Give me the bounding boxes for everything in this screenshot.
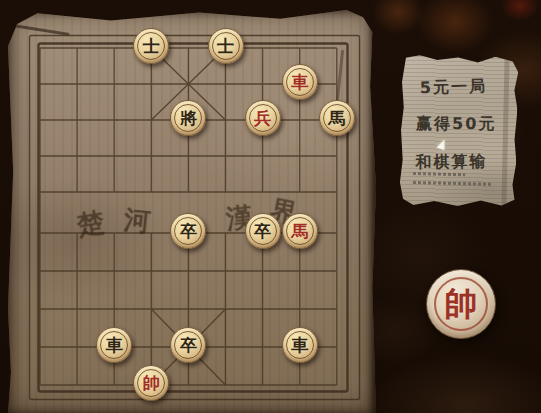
piece-black-士[interactable]: 士 xyxy=(133,28,169,64)
piece-red-車[interactable]: 車 xyxy=(282,64,318,100)
piece-glyph: 卒 xyxy=(171,214,205,248)
note-fine-print xyxy=(413,172,465,176)
note-fine-print xyxy=(413,181,491,186)
piece-glyph: 將 xyxy=(171,101,205,135)
piece-glyph: 馬 xyxy=(283,214,317,248)
piece-black-馬[interactable]: 馬 xyxy=(319,100,355,136)
piece-black-士[interactable]: 士 xyxy=(208,28,244,64)
note-line-rule: 和棋算输 xyxy=(400,151,516,174)
piece-black-卒[interactable]: 卒 xyxy=(170,327,206,363)
piece-glyph: 車 xyxy=(283,65,317,99)
piece-red-馬[interactable]: 馬 xyxy=(282,213,318,249)
red-general-marker[interactable]: 帥 xyxy=(426,269,496,339)
piece-black-車[interactable]: 車 xyxy=(282,327,318,363)
river-label: 楚 xyxy=(74,204,106,244)
wager-note-paper: 5元一局 赢得50元 和棋算输 xyxy=(399,55,518,207)
piece-glyph: 車 xyxy=(283,328,317,362)
piece-black-車[interactable]: 車 xyxy=(96,327,132,363)
piece-glyph: 士 xyxy=(134,29,168,63)
note-line-prize: 赢得50元 xyxy=(401,114,517,135)
river-label: 河 xyxy=(122,202,153,241)
piece-glyph: 卒 xyxy=(171,328,205,362)
piece-red-兵[interactable]: 兵 xyxy=(245,100,281,136)
piece-black-卒[interactable]: 卒 xyxy=(245,213,281,249)
piece-glyph: 帥 xyxy=(134,366,168,400)
red-general-marker-label: 帥 xyxy=(427,270,495,338)
piece-black-卒[interactable]: 卒 xyxy=(170,213,206,249)
piece-glyph: 馬 xyxy=(320,101,354,135)
note-line-stake: 5元一局 xyxy=(402,75,519,100)
piece-glyph: 車 xyxy=(97,328,131,362)
xiangqi-board[interactable]: 楚 河 漢 界 士士車將兵馬卒卒馬車卒車帥 xyxy=(8,10,376,413)
piece-glyph: 卒 xyxy=(246,214,280,248)
piece-glyph: 士 xyxy=(209,29,243,63)
piece-black-將[interactable]: 將 xyxy=(170,100,206,136)
piece-red-帥[interactable]: 帥 xyxy=(133,365,169,401)
game-scene: 楚 河 漢 界 士士車將兵馬卒卒馬車卒車帥 5元一局 赢得50元 和棋算输 帥 xyxy=(0,0,541,413)
piece-glyph: 兵 xyxy=(246,101,280,135)
